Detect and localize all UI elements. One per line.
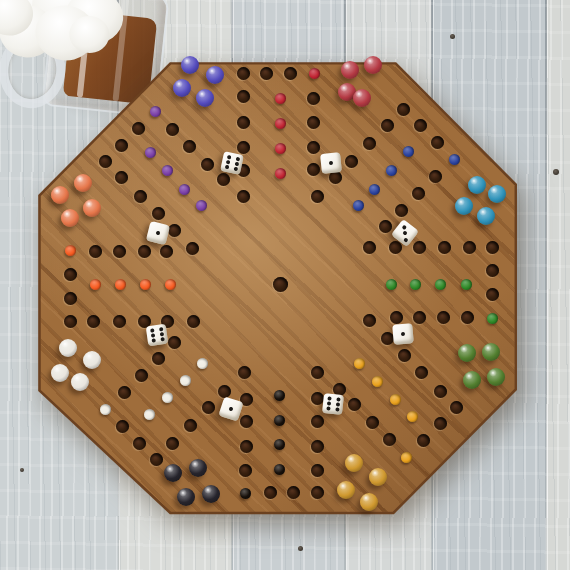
track-hole (414, 119, 427, 132)
track-hole (366, 416, 379, 429)
track-hole (64, 292, 77, 305)
track-hole (345, 155, 358, 168)
comeout-hole-green (487, 313, 498, 324)
track-hole (113, 315, 126, 328)
home-hole-orange (165, 279, 176, 290)
track-hole (429, 170, 442, 183)
green-marble (482, 343, 500, 361)
home-hole-red (275, 143, 286, 154)
blue-marble (477, 207, 495, 225)
orange-marble (83, 199, 101, 217)
white-marble (83, 351, 101, 369)
track-hole (307, 116, 320, 129)
red-marble (364, 56, 382, 74)
die-pip (159, 327, 164, 332)
die-pip (159, 332, 164, 337)
black-marble (164, 464, 182, 482)
white-marble (71, 373, 89, 391)
track-hole (389, 241, 402, 254)
home-hole-red (275, 93, 286, 104)
track-hole (307, 92, 320, 105)
die-pip (150, 333, 155, 338)
track-hole (307, 141, 320, 154)
track-hole (311, 486, 324, 499)
home-hole-white (144, 409, 155, 420)
track-hole (311, 440, 324, 453)
track-hole (486, 264, 499, 277)
orange-marble (61, 209, 79, 227)
track-hole (431, 136, 444, 149)
green-marble (463, 371, 481, 389)
green-marble (487, 368, 505, 386)
track-hole (287, 486, 300, 499)
home-hole-black (274, 439, 285, 450)
green-marble (458, 344, 476, 362)
die-showing-1 (392, 323, 414, 345)
track-hole (132, 122, 145, 135)
track-hole (166, 123, 179, 136)
track-hole (168, 224, 181, 237)
aggravation-board (0, 0, 570, 570)
track-hole (115, 139, 128, 152)
track-hole (311, 366, 324, 379)
purple-marble (173, 79, 191, 97)
die-pip (401, 332, 405, 336)
comeout-hole-white (100, 404, 111, 415)
track-hole (264, 486, 277, 499)
track-hole (240, 415, 253, 428)
die-pip (327, 396, 331, 400)
track-hole (438, 241, 451, 254)
track-hole (363, 314, 376, 327)
home-hole-yellow (407, 411, 418, 422)
comeout-hole-blue (449, 154, 460, 165)
track-hole (311, 464, 324, 477)
track-hole (397, 103, 410, 116)
die-pip (225, 160, 230, 165)
track-hole (363, 137, 376, 150)
track-hole (311, 190, 324, 203)
track-hole (284, 67, 297, 80)
photo-scene (0, 0, 570, 570)
track-hole (202, 401, 215, 414)
track-hole (307, 163, 320, 176)
home-hole-white (197, 358, 208, 369)
track-hole (348, 398, 361, 411)
track-hole (237, 90, 250, 103)
blue-marble (468, 176, 486, 194)
home-hole-black (274, 390, 285, 401)
die-pip (326, 406, 330, 410)
home-hole-red (275, 168, 286, 179)
home-hole-yellow (372, 376, 383, 387)
comeout-hole-yellow (401, 452, 412, 463)
red-marble (353, 89, 371, 107)
home-hole-blue (369, 184, 380, 195)
track-hole (390, 311, 403, 324)
track-hole (87, 315, 100, 328)
track-hole (152, 352, 165, 365)
track-hole (184, 419, 197, 432)
track-hole (434, 417, 447, 430)
yellow-marble (337, 481, 355, 499)
white-marble (51, 364, 69, 382)
track-hole (417, 434, 430, 447)
track-hole (237, 116, 250, 129)
track-hole (183, 140, 196, 153)
home-hole-blue (403, 146, 414, 157)
home-hole-green (410, 279, 421, 290)
track-hole (166, 437, 179, 450)
die-pip (329, 161, 333, 165)
track-hole (413, 311, 426, 324)
track-hole (150, 453, 163, 466)
black-marble (202, 485, 220, 503)
red-marble (341, 61, 359, 79)
track-hole (138, 245, 151, 258)
track-hole (450, 401, 463, 414)
die-pip (326, 401, 330, 405)
home-hole-blue (386, 165, 397, 176)
track-hole (64, 315, 77, 328)
home-hole-yellow (354, 358, 365, 369)
comeout-hole-orange (65, 245, 76, 256)
comeout-hole-purple (150, 106, 161, 117)
blue-marble (488, 185, 506, 203)
die-pip (150, 328, 155, 333)
home-hole-purple (179, 184, 190, 195)
track-hole (89, 245, 102, 258)
track-hole (64, 268, 77, 281)
center-hole (273, 277, 288, 292)
home-hole-red (275, 118, 286, 129)
track-hole (379, 220, 392, 233)
track-hole (218, 385, 231, 398)
purple-marble (196, 89, 214, 107)
die-showing-6 (322, 393, 344, 415)
die-pip (335, 407, 339, 411)
track-hole (486, 288, 499, 301)
home-hole-black (274, 464, 285, 475)
black-marble (189, 459, 207, 477)
yellow-marble (369, 468, 387, 486)
track-hole (415, 366, 428, 379)
die-pip (403, 237, 409, 243)
die-pip (151, 338, 156, 343)
die-pip (235, 157, 240, 162)
die-pip (402, 230, 408, 236)
track-hole (186, 242, 199, 255)
track-hole (237, 67, 250, 80)
track-hole (311, 392, 324, 405)
track-hole (134, 190, 147, 203)
home-hole-orange (140, 279, 151, 290)
track-hole (240, 440, 253, 453)
track-hole (413, 241, 426, 254)
track-hole (152, 207, 165, 220)
home-hole-green (386, 279, 397, 290)
die-pip (401, 224, 407, 230)
home-hole-yellow (390, 394, 401, 405)
home-hole-white (162, 392, 173, 403)
black-marble (177, 488, 195, 506)
track-hole (135, 369, 148, 382)
track-hole (201, 158, 214, 171)
track-hole (311, 415, 324, 428)
home-hole-blue (353, 200, 364, 211)
die-pip (156, 231, 161, 236)
home-hole-green (435, 279, 446, 290)
track-hole (238, 366, 251, 379)
die-pip (336, 397, 340, 401)
die-pip (228, 406, 233, 411)
home-hole-white (180, 375, 191, 386)
die-pip (233, 166, 238, 171)
track-hole (486, 241, 499, 254)
die-pip (160, 337, 165, 342)
track-hole (381, 332, 394, 345)
track-hole (381, 119, 394, 132)
comeout-hole-red (309, 68, 320, 79)
die-pip (226, 155, 231, 160)
track-hole (168, 336, 181, 349)
track-hole (237, 190, 250, 203)
die-showing-6 (146, 324, 169, 347)
track-hole (461, 311, 474, 324)
yellow-marble (360, 493, 378, 511)
track-hole (237, 141, 250, 154)
home-hole-orange (115, 279, 126, 290)
home-hole-purple (196, 200, 207, 211)
track-hole (133, 437, 146, 450)
track-hole (118, 386, 131, 399)
track-hole (398, 349, 411, 362)
track-hole (187, 315, 200, 328)
track-hole (260, 67, 273, 80)
white-marble (59, 339, 77, 357)
yellow-marble (345, 454, 363, 472)
track-hole (383, 433, 396, 446)
track-hole (160, 245, 173, 258)
comeout-hole-black (240, 488, 251, 499)
purple-marble (181, 56, 199, 74)
track-hole (363, 241, 376, 254)
track-hole (115, 171, 128, 184)
home-hole-orange (90, 279, 101, 290)
die-pip (335, 402, 339, 406)
orange-marble (51, 186, 69, 204)
track-hole (239, 464, 252, 477)
track-hole (113, 245, 126, 258)
home-hole-black (274, 415, 285, 426)
home-hole-green (461, 279, 472, 290)
blue-marble (455, 197, 473, 215)
track-hole (437, 311, 450, 324)
home-hole-purple (162, 165, 173, 176)
die-pip (234, 162, 239, 167)
track-hole (99, 155, 112, 168)
die-showing-1 (320, 152, 342, 174)
track-hole (412, 187, 425, 200)
die-showing-6 (220, 151, 244, 175)
track-hole (395, 204, 408, 217)
track-hole (463, 241, 476, 254)
orange-marble (74, 174, 92, 192)
track-hole (217, 173, 230, 186)
track-hole (434, 385, 447, 398)
track-hole (116, 420, 129, 433)
die-pip (224, 165, 229, 170)
home-hole-purple (145, 147, 156, 158)
purple-marble (206, 66, 224, 84)
